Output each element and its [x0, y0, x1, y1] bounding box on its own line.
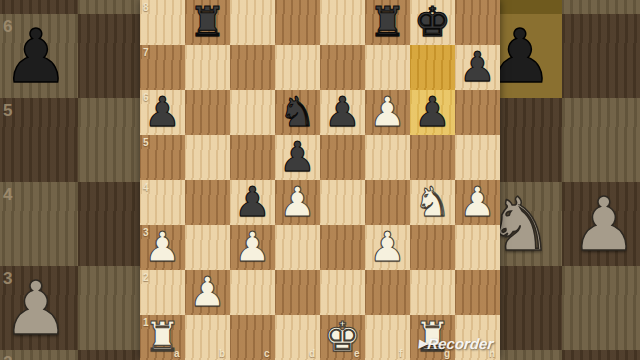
bg-square-h5	[562, 98, 640, 182]
piece-black-pawn-h7[interactable]: ♟	[455, 45, 500, 90]
bg-square-b7	[78, 0, 140, 14]
square-c7[interactable]	[230, 45, 275, 90]
piece-white-pawn-d4[interactable]: ♟	[275, 180, 320, 225]
file-label-f: f	[399, 348, 402, 359]
square-b7[interactable]	[185, 45, 230, 90]
chess-board[interactable]: 87654321abcdefgh♜♜♚♟♟♞♟♟♟♟♟♟♞♟♟♟♟♟♜♚♜	[140, 0, 500, 360]
file-label-d: d	[309, 348, 315, 359]
file-label-b: b	[219, 348, 225, 359]
square-b5[interactable]	[185, 135, 230, 180]
bg-square-b6	[78, 14, 140, 98]
bg-square-b3	[78, 266, 140, 350]
piece-black-rook-f8[interactable]: ♜	[365, 0, 410, 45]
piece-black-knight-d6[interactable]: ♞	[275, 90, 320, 135]
rank-label-2: 2	[143, 272, 149, 283]
rank-label-6: 6	[143, 92, 149, 103]
square-c2[interactable]	[230, 270, 275, 315]
recorder-logo-icon: ▶	[418, 337, 426, 350]
square-b6[interactable]	[185, 90, 230, 135]
rank-label-4: 4	[143, 182, 149, 193]
background-board-left-strip: 65432♟♟	[0, 0, 140, 360]
rank-label-5: 5	[143, 137, 149, 148]
square-d8[interactable]	[275, 0, 320, 45]
bg-piece-black-pawn-a6: ♟	[0, 14, 78, 98]
file-label-e: e	[354, 348, 360, 359]
square-c5[interactable]	[230, 135, 275, 180]
background-board-right-strip: ♟♟♞♟	[500, 0, 640, 360]
bg-rank-label-2: 2	[3, 353, 12, 360]
square-d7[interactable]	[275, 45, 320, 90]
file-label-c: c	[264, 348, 270, 359]
bg-square-b4	[78, 182, 140, 266]
bg-piece-white-knight-g4: ♞	[500, 182, 562, 266]
bg-square-h6	[562, 14, 640, 98]
square-h8[interactable]	[455, 0, 500, 45]
square-h2[interactable]	[455, 270, 500, 315]
piece-white-pawn-c3[interactable]: ♟	[230, 225, 275, 270]
square-d3[interactable]	[275, 225, 320, 270]
bg-square-h2	[562, 350, 640, 360]
square-f2[interactable]	[365, 270, 410, 315]
rank-label-3: 3	[143, 227, 149, 238]
piece-black-king-g8[interactable]: ♚	[410, 0, 455, 45]
bg-rank-label-5: 5	[3, 101, 12, 121]
piece-white-pawn-f6[interactable]: ♟	[365, 90, 410, 135]
square-h5[interactable]	[455, 135, 500, 180]
square-e7[interactable]	[320, 45, 365, 90]
square-h6[interactable]	[455, 90, 500, 135]
bg-rank-label-4: 4	[3, 185, 12, 205]
bg-piece-white-pawn-a3: ♟	[0, 266, 78, 350]
square-d2[interactable]	[275, 270, 320, 315]
square-e4[interactable]	[320, 180, 365, 225]
square-c8[interactable]	[230, 0, 275, 45]
square-g2[interactable]	[410, 270, 455, 315]
recorder-watermark: ▶ Recorder	[418, 335, 494, 352]
file-label-a: a	[174, 348, 180, 359]
square-e5[interactable]	[320, 135, 365, 180]
bg-square-g5	[500, 98, 562, 182]
square-f1[interactable]	[365, 315, 410, 360]
rank-label-1: 1	[143, 317, 149, 328]
piece-black-pawn-c4[interactable]: ♟	[230, 180, 275, 225]
square-b4[interactable]	[185, 180, 230, 225]
square-f7[interactable]	[365, 45, 410, 90]
piece-black-pawn-e6[interactable]: ♟	[320, 90, 365, 135]
piece-white-pawn-f3[interactable]: ♟	[365, 225, 410, 270]
watermark-label: Recorder	[427, 335, 495, 352]
piece-black-pawn-d5[interactable]: ♟	[275, 135, 320, 180]
square-g7[interactable]	[410, 45, 455, 90]
piece-black-rook-b8[interactable]: ♜	[185, 0, 230, 45]
bg-square-b2	[78, 350, 140, 360]
piece-white-knight-g4[interactable]: ♞	[410, 180, 455, 225]
rank-label-8: 8	[143, 2, 149, 13]
square-c6[interactable]	[230, 90, 275, 135]
screen-recording-frame: 65432♟♟ ♟♟♞♟ 87654321abcdefgh♜♜♚♟♟♞♟♟♟♟♟…	[0, 0, 640, 360]
bg-square-g7	[500, 0, 562, 14]
bg-piece-white-pawn-h4: ♟	[562, 182, 640, 266]
square-e8[interactable]	[320, 0, 365, 45]
rank-label-7: 7	[143, 47, 149, 58]
square-f4[interactable]	[365, 180, 410, 225]
square-f5[interactable]	[365, 135, 410, 180]
bg-square-g3	[500, 266, 562, 350]
piece-white-pawn-h4[interactable]: ♟	[455, 180, 500, 225]
bg-square-h3	[562, 266, 640, 350]
square-g5[interactable]	[410, 135, 455, 180]
bg-piece-black-pawn-g6: ♟	[500, 14, 562, 98]
square-e2[interactable]	[320, 270, 365, 315]
square-b3[interactable]	[185, 225, 230, 270]
square-h3[interactable]	[455, 225, 500, 270]
square-e3[interactable]	[320, 225, 365, 270]
bg-square-b5	[78, 98, 140, 182]
piece-black-pawn-g6[interactable]: ♟	[410, 90, 455, 135]
bg-piece-black-pawn-h7: ♟	[562, 0, 640, 14]
bg-square-a7	[0, 0, 78, 14]
piece-white-pawn-b2[interactable]: ♟	[185, 270, 230, 315]
bg-square-g2	[500, 350, 562, 360]
square-g3[interactable]	[410, 225, 455, 270]
